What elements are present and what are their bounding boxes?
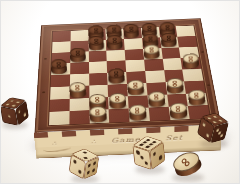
- carved-loop-icon: ∞: [133, 106, 144, 115]
- piece-top: ∞: [70, 47, 86, 58]
- carved-loop-icon: ∞: [178, 153, 195, 170]
- engraved-word-set: Set: [166, 133, 184, 143]
- checker-light[interactable]: ∞: [187, 93, 205, 104]
- game-box: ∞∞∞∞∞∞∞∞∞∞∞∞∞∞∞∞∞∞∞∞∞∞∞∞ ∴ ∴ Game ∴ Set …: [35, 18, 221, 132]
- piece-top: ∞: [159, 22, 175, 32]
- checker-light[interactable]: ∞: [109, 97, 126, 109]
- checker-light[interactable]: ∞: [181, 58, 198, 68]
- die-pip-icon: [87, 170, 90, 175]
- checker-dark[interactable]: ∞: [106, 40, 122, 50]
- die-pip-icon: [140, 155, 144, 160]
- carved-loop-icon: ∞: [92, 95, 103, 103]
- piece-top: ∞: [161, 32, 177, 42]
- piece-cylinder: ∞: [108, 68, 125, 84]
- piece-top: ∞: [69, 82, 86, 93]
- die-pip-icon: [11, 104, 16, 106]
- carved-loop-icon: ∞: [91, 26, 101, 34]
- die-pip-icon: [139, 143, 145, 146]
- die-pip-icon: [73, 159, 76, 164]
- carved-loop-icon: ∞: [147, 45, 157, 53]
- piece-cylinder: ∞: [70, 47, 86, 62]
- checker-dark[interactable]: ∞: [52, 64, 68, 74]
- die-pip-icon: [88, 163, 91, 168]
- die-pip-icon: [24, 112, 27, 117]
- checker-light[interactable]: ∞: [166, 82, 184, 93]
- checker-light[interactable]: ∞: [70, 86, 87, 97]
- piece-top: ∞: [88, 25, 104, 35]
- piece-top: ∞: [141, 23, 157, 33]
- die-pip-icon: [78, 169, 81, 174]
- checker-light[interactable]: ∞: [143, 49, 160, 59]
- carved-loop-icon: ∞: [112, 94, 123, 102]
- piece-cylinder: ∞: [106, 35, 122, 50]
- piece-cylinder: ∞: [124, 23, 140, 38]
- carved-loop-icon: ∞: [73, 48, 83, 56]
- carved-loop-icon: ∞: [170, 79, 181, 87]
- die-pip-icon: [136, 150, 140, 155]
- piece-cylinder: ∞: [51, 59, 68, 75]
- piece-top: ∞: [88, 35, 104, 45]
- die-pip-icon: [206, 133, 209, 138]
- piece-top: ∞: [166, 77, 183, 88]
- die-pip-icon: [202, 122, 205, 127]
- die-pip-icon: [212, 121, 217, 124]
- carved-loop-icon: ∞: [109, 26, 119, 34]
- die-bottom-center[interactable]: [139, 141, 158, 166]
- checker-light[interactable]: ∞: [148, 95, 166, 107]
- piece-cylinder: ∞: [144, 44, 160, 59]
- carved-loop-icon: ∞: [145, 34, 155, 42]
- die-pip-icon: [144, 161, 148, 166]
- checker-dark[interactable]: ∞: [89, 40, 105, 50]
- piece-cylinder: ∞: [161, 32, 177, 47]
- carved-loop-icon: ∞: [144, 24, 154, 32]
- piece-cylinder: ∞: [188, 89, 206, 106]
- die-pip-icon: [153, 151, 156, 157]
- checker-dark[interactable]: ∞: [160, 37, 177, 47]
- die-pip-icon: [213, 115, 218, 118]
- carved-loop-icon: ∞: [54, 60, 64, 68]
- piece-top: ∞: [89, 106, 107, 117]
- piece-top: ∞: [169, 103, 187, 114]
- die-pip-icon: [93, 161, 96, 166]
- carved-loop-icon: ∞: [91, 37, 101, 45]
- piece-cylinder: ∞: [89, 106, 107, 123]
- die-pip-icon: [7, 114, 11, 118]
- piece-cylinder: ∞: [166, 77, 183, 93]
- board-box-stage: ∞∞∞∞∞∞∞∞∞∞∞∞∞∞∞∞∞∞∞∞∞∞∞∞ ∴ ∴ Game ∴ Set …: [0, 0, 240, 184]
- die-right[interactable]: [204, 115, 222, 142]
- piece-top: ∞: [142, 33, 158, 43]
- perspective-wrapper: ∞∞∞∞∞∞∞∞∞∞∞∞∞∞∞∞∞∞∞∞∞∞∞∞ ∴ ∴ Game ∴ Set …: [0, 0, 240, 184]
- carved-loop-icon: ∞: [111, 70, 121, 78]
- piece-top: ∞: [106, 35, 122, 45]
- piece-top: ∞: [182, 53, 198, 64]
- checker-dark[interactable]: ∞: [108, 73, 125, 84]
- carved-loop-icon: ∞: [185, 55, 195, 63]
- piece-cylinder: ∞: [148, 91, 166, 108]
- piece-top: ∞: [109, 92, 126, 103]
- piece-cylinder: ∞: [69, 82, 86, 98]
- die-pip-icon: [92, 168, 95, 173]
- checker-light[interactable]: ∞: [169, 107, 188, 119]
- die-pip-icon: [83, 157, 89, 160]
- carved-loop-icon: ∞: [131, 81, 142, 89]
- piece-cylinder: ∞: [169, 103, 187, 120]
- die-pip-icon: [207, 117, 212, 120]
- carved-loop-icon: ∞: [127, 25, 137, 33]
- piece-top: ∞: [148, 91, 165, 102]
- die-left[interactable]: [5, 102, 23, 122]
- die-pip-icon: [16, 101, 21, 103]
- die-pip-icon: [220, 134, 224, 138]
- carved-loop-icon: ∞: [72, 83, 83, 91]
- die-pip-icon: [5, 103, 10, 105]
- die-pip-icon: [82, 151, 88, 154]
- carved-loop-icon: ∞: [151, 92, 162, 100]
- checker-dark[interactable]: ∞: [124, 28, 140, 37]
- die-pip-icon: [218, 119, 223, 122]
- piece-top: ∞: [108, 68, 125, 79]
- checker-light[interactable]: ∞: [90, 110, 107, 122]
- carved-loop-icon: ∞: [164, 34, 174, 42]
- pieces-layer: ∞∞∞∞∞∞∞∞∞∞∞∞∞∞∞∞∞∞∞∞∞∞∞∞: [36, 19, 220, 132]
- piece-cylinder: ∞: [129, 104, 147, 121]
- piece-cylinder: ∞: [88, 35, 104, 50]
- piece-top: ∞: [188, 89, 205, 100]
- carved-loop-icon: ∞: [109, 36, 119, 44]
- checker-light[interactable]: ∞: [129, 109, 147, 121]
- carved-loop-icon: ∞: [173, 104, 184, 113]
- die-pip-icon: [10, 100, 15, 102]
- piece-top: ∞: [89, 93, 106, 104]
- checker-dark[interactable]: ∞: [70, 52, 86, 62]
- die-pip-icon: [159, 155, 162, 161]
- checker-light[interactable]: ∞: [127, 84, 144, 95]
- carved-loop-icon: ∞: [191, 90, 202, 98]
- piece-cylinder: ∞: [182, 53, 199, 69]
- board: ∞∞∞∞∞∞∞∞∞∞∞∞∞∞∞∞∞∞∞∞∞∞∞∞: [35, 18, 221, 132]
- carved-loop-icon: ∞: [92, 108, 103, 117]
- pip-ornament-icon: ∴: [91, 137, 97, 147]
- piece-top: ∞: [144, 44, 160, 55]
- piece-top: ∞: [106, 24, 122, 34]
- piece-cylinder: ∞: [109, 92, 127, 109]
- carved-loop-icon: ∞: [162, 23, 172, 31]
- die-bottom-left[interactable]: [75, 151, 92, 176]
- product-photo-scene: ∞∞∞∞∞∞∞∞∞∞∞∞∞∞∞∞∞∞∞∞∞∞∞∞ ∴ ∴ Game ∴ Set …: [0, 0, 240, 184]
- piece-cylinder: ∞: [127, 79, 144, 95]
- die-pip-icon: [145, 145, 151, 148]
- die-pip-icon: [18, 109, 21, 114]
